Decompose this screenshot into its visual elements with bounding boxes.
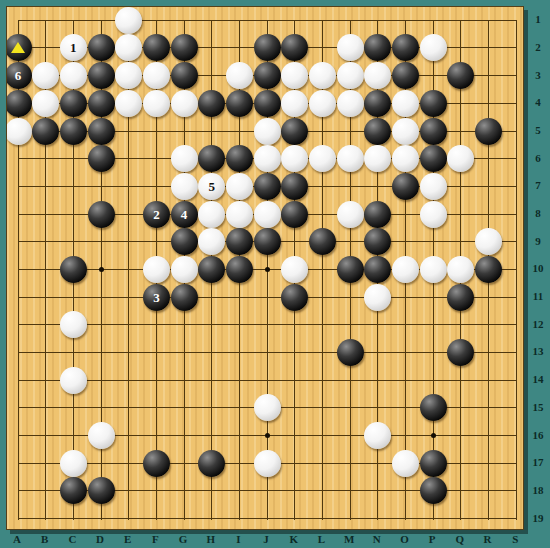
stone-white[interactable] xyxy=(392,145,419,172)
stone-black[interactable]: 2 xyxy=(143,201,170,228)
stone-white[interactable] xyxy=(447,256,474,283)
stone-black[interactable] xyxy=(60,90,87,117)
stone-white[interactable] xyxy=(254,394,281,421)
row-label: 13 xyxy=(527,345,549,357)
move-number-label: 4 xyxy=(181,208,188,221)
stone-black[interactable] xyxy=(392,62,419,89)
star-point xyxy=(265,267,270,272)
grid-line-horizontal xyxy=(18,380,517,381)
stone-white[interactable] xyxy=(143,256,170,283)
column-label: K xyxy=(286,533,302,545)
row-label: 2 xyxy=(527,41,549,53)
stone-white[interactable] xyxy=(143,90,170,117)
stone-black[interactable] xyxy=(475,118,502,145)
stone-white[interactable] xyxy=(392,256,419,283)
stone-white[interactable]: 5 xyxy=(198,173,225,200)
row-label: 7 xyxy=(527,179,549,191)
star-point xyxy=(265,433,270,438)
column-label: S xyxy=(507,533,523,545)
row-label: 12 xyxy=(527,318,549,330)
move-number-label: 3 xyxy=(153,291,160,304)
stone-black[interactable] xyxy=(226,145,253,172)
move-number-label: 1 xyxy=(70,41,77,54)
stone-black[interactable]: 3 xyxy=(143,284,170,311)
stone-black[interactable] xyxy=(171,34,198,61)
stone-white[interactable] xyxy=(420,201,447,228)
stone-black[interactable] xyxy=(88,145,115,172)
stone-black[interactable] xyxy=(337,256,364,283)
stone-white[interactable] xyxy=(171,90,198,117)
star-point xyxy=(99,267,104,272)
stone-black[interactable] xyxy=(364,256,391,283)
column-label: Q xyxy=(452,533,468,545)
column-label: O xyxy=(397,533,413,545)
go-board-app: 165243 ABCDEFGHIJKLMNOPQRS 1234567891011… xyxy=(0,0,550,548)
column-label: P xyxy=(424,533,440,545)
stone-black[interactable] xyxy=(392,34,419,61)
stone-black[interactable] xyxy=(281,34,308,61)
stone-black[interactable] xyxy=(171,228,198,255)
stone-white[interactable] xyxy=(115,7,142,34)
stone-white[interactable] xyxy=(337,62,364,89)
row-label: 10 xyxy=(527,262,549,274)
row-label: 15 xyxy=(527,401,549,413)
stone-black[interactable]: 4 xyxy=(171,201,198,228)
stone-black[interactable] xyxy=(281,173,308,200)
stone-black[interactable] xyxy=(447,284,474,311)
stone-white[interactable] xyxy=(392,118,419,145)
stone-white[interactable] xyxy=(226,173,253,200)
column-label: C xyxy=(64,533,80,545)
stone-black[interactable] xyxy=(281,201,308,228)
column-label: I xyxy=(230,533,246,545)
stone-black[interactable] xyxy=(198,256,225,283)
stone-black[interactable] xyxy=(309,228,336,255)
grid-line-horizontal xyxy=(18,297,517,298)
stone-white[interactable] xyxy=(115,62,142,89)
stone-white[interactable] xyxy=(60,311,87,338)
stone-white[interactable] xyxy=(364,284,391,311)
stone-white[interactable] xyxy=(143,62,170,89)
stone-black[interactable] xyxy=(420,394,447,421)
row-label: 1 xyxy=(527,13,549,25)
goban[interactable]: 165243 xyxy=(6,6,524,530)
move-number-label: 6 xyxy=(15,69,22,82)
stone-black[interactable] xyxy=(143,34,170,61)
stone-black[interactable] xyxy=(420,118,447,145)
stone-black[interactable] xyxy=(392,173,419,200)
stone-black[interactable] xyxy=(447,62,474,89)
column-label: L xyxy=(313,533,329,545)
column-label: F xyxy=(147,533,163,545)
stone-black[interactable] xyxy=(198,145,225,172)
stone-black[interactable] xyxy=(6,90,32,117)
stone-white[interactable] xyxy=(254,450,281,477)
stone-white[interactable] xyxy=(115,90,142,117)
stone-black[interactable] xyxy=(226,90,253,117)
stone-black[interactable] xyxy=(88,34,115,61)
stone-white[interactable] xyxy=(281,90,308,117)
row-label: 17 xyxy=(527,456,549,468)
stone-white[interactable] xyxy=(281,62,308,89)
stone-white[interactable] xyxy=(337,34,364,61)
stone-black[interactable] xyxy=(254,62,281,89)
stone-black[interactable] xyxy=(254,90,281,117)
stone-black[interactable] xyxy=(364,201,391,228)
stone-black[interactable] xyxy=(171,62,198,89)
grid-line-horizontal xyxy=(18,518,517,519)
row-label: 5 xyxy=(527,124,549,136)
stone-white[interactable] xyxy=(198,228,225,255)
stone-white[interactable] xyxy=(337,90,364,117)
stone-black[interactable] xyxy=(6,34,32,61)
stone-black[interactable] xyxy=(88,201,115,228)
stone-white[interactable] xyxy=(198,201,225,228)
stone-black[interactable] xyxy=(475,256,502,283)
stone-black[interactable] xyxy=(254,228,281,255)
stone-white[interactable] xyxy=(447,145,474,172)
triangle-marker xyxy=(11,42,25,53)
stone-black[interactable] xyxy=(420,145,447,172)
move-number-label: 2 xyxy=(153,208,160,221)
stone-white[interactable] xyxy=(420,173,447,200)
stone-black[interactable] xyxy=(364,118,391,145)
stone-white[interactable] xyxy=(171,145,198,172)
column-label: B xyxy=(37,533,53,545)
stone-black[interactable] xyxy=(143,450,170,477)
row-label: 8 xyxy=(527,207,549,219)
stone-white[interactable] xyxy=(32,62,59,89)
stone-white[interactable] xyxy=(115,34,142,61)
row-label: 19 xyxy=(527,512,549,524)
stone-white[interactable] xyxy=(392,450,419,477)
stone-white[interactable] xyxy=(309,62,336,89)
stone-black[interactable] xyxy=(337,339,364,366)
stone-white[interactable] xyxy=(309,145,336,172)
stone-black[interactable] xyxy=(226,256,253,283)
move-number-label: 5 xyxy=(209,180,216,193)
grid-line-horizontal xyxy=(18,324,517,325)
stone-black[interactable] xyxy=(281,284,308,311)
stone-black[interactable] xyxy=(88,118,115,145)
stone-black[interactable] xyxy=(32,118,59,145)
stone-white[interactable] xyxy=(60,450,87,477)
stone-white[interactable] xyxy=(281,256,308,283)
stone-black[interactable] xyxy=(171,284,198,311)
row-label: 4 xyxy=(527,96,549,108)
row-label: 6 xyxy=(527,152,549,164)
stone-black[interactable] xyxy=(420,477,447,504)
stone-black[interactable] xyxy=(364,228,391,255)
star-point xyxy=(431,433,436,438)
column-label: E xyxy=(120,533,136,545)
stone-black[interactable] xyxy=(281,118,308,145)
stone-black[interactable] xyxy=(60,118,87,145)
grid-line-horizontal xyxy=(18,20,517,21)
stone-white[interactable] xyxy=(420,34,447,61)
row-label: 9 xyxy=(527,235,549,247)
stone-black[interactable] xyxy=(198,90,225,117)
stone-white[interactable] xyxy=(60,367,87,394)
stone-white[interactable] xyxy=(364,145,391,172)
stone-white[interactable] xyxy=(226,201,253,228)
stone-black[interactable] xyxy=(254,173,281,200)
stone-white[interactable] xyxy=(337,201,364,228)
stone-white[interactable] xyxy=(337,145,364,172)
grid-line-horizontal xyxy=(18,352,517,353)
stone-white[interactable] xyxy=(32,90,59,117)
stone-black[interactable] xyxy=(60,256,87,283)
row-label: 14 xyxy=(527,373,549,385)
stone-black[interactable] xyxy=(420,450,447,477)
row-label: 11 xyxy=(527,290,549,302)
column-label: N xyxy=(369,533,385,545)
stone-black[interactable] xyxy=(88,62,115,89)
stone-black[interactable] xyxy=(88,477,115,504)
stone-white[interactable] xyxy=(364,62,391,89)
stone-black[interactable] xyxy=(88,90,115,117)
row-label: 18 xyxy=(527,484,549,496)
stone-white[interactable] xyxy=(281,145,308,172)
stone-black[interactable] xyxy=(420,90,447,117)
stone-white[interactable] xyxy=(171,256,198,283)
stone-black[interactable] xyxy=(447,339,474,366)
column-label: M xyxy=(341,533,357,545)
stone-black[interactable] xyxy=(60,477,87,504)
stone-white[interactable] xyxy=(171,173,198,200)
stone-white[interactable] xyxy=(392,90,419,117)
stone-white[interactable]: 1 xyxy=(60,34,87,61)
column-label: R xyxy=(480,533,496,545)
stone-white[interactable] xyxy=(60,62,87,89)
row-label: 16 xyxy=(527,429,549,441)
column-label: H xyxy=(203,533,219,545)
column-label: D xyxy=(92,533,108,545)
stone-white[interactable] xyxy=(420,256,447,283)
stone-black[interactable] xyxy=(364,34,391,61)
row-label: 3 xyxy=(527,69,549,81)
column-label: G xyxy=(175,533,191,545)
column-label: A xyxy=(9,533,25,545)
stone-white[interactable] xyxy=(254,145,281,172)
stone-white[interactable] xyxy=(254,118,281,145)
stone-white[interactable] xyxy=(226,62,253,89)
stone-white[interactable] xyxy=(475,228,502,255)
stone-white[interactable] xyxy=(6,118,32,145)
stone-black[interactable] xyxy=(254,34,281,61)
stone-black[interactable] xyxy=(198,450,225,477)
stone-black[interactable] xyxy=(364,90,391,117)
stone-black[interactable]: 6 xyxy=(6,62,32,89)
column-label: J xyxy=(258,533,274,545)
stone-black[interactable] xyxy=(226,228,253,255)
stone-white[interactable] xyxy=(88,422,115,449)
stone-white[interactable] xyxy=(309,90,336,117)
stone-white[interactable] xyxy=(364,422,391,449)
grid-line-vertical xyxy=(516,20,517,519)
stone-white[interactable] xyxy=(254,201,281,228)
